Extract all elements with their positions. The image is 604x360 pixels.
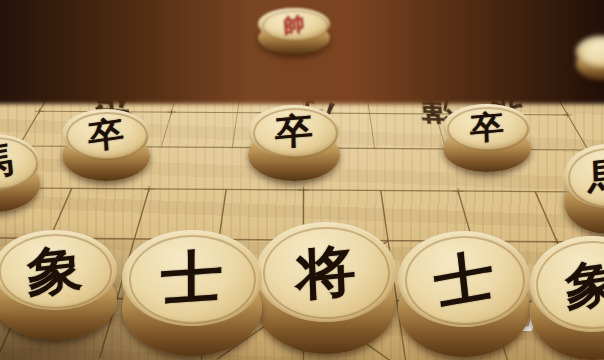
piece-red-general[interactable]: 帥 [258, 8, 330, 54]
piece-black-soldier-center[interactable]: 卒 [248, 105, 340, 181]
piece-character-black-general: 将 [255, 219, 397, 326]
piece-black-horse-right-edge[interactable]: 馬 [564, 144, 604, 234]
piece-black-soldier-right[interactable]: 卒 [443, 104, 531, 172]
piece-character-black-soldier-center: 卒 [248, 103, 340, 159]
piece-character-black-elephant-left: 象 [0, 227, 118, 314]
xiangqi-photo: 楚河漢界 帥卒卒卒馬馬象士将士象 九游 [0, 0, 604, 360]
piece-black-general[interactable]: 将 [256, 222, 396, 354]
piece-black-advisor-left[interactable]: 士 [122, 230, 262, 356]
piece-black-horse-left-edge[interactable]: 馬 [0, 134, 40, 212]
piece-black-advisor-right[interactable]: 士 [398, 231, 530, 357]
piece-character-black-elephant-right: 象 [528, 231, 604, 337]
piece-character-black-advisor-left: 士 [122, 229, 262, 327]
piece-black-elephant-left[interactable]: 象 [0, 230, 117, 340]
piece-unidentified-far-right[interactable] [576, 36, 604, 80]
piece-character-black-soldier-right: 卒 [443, 102, 531, 152]
piece-black-soldier-left[interactable]: 卒 [62, 109, 150, 181]
piece-character-black-horse-right-edge: 馬 [563, 142, 604, 210]
piece-black-elephant-right[interactable]: 象 [530, 236, 604, 360]
